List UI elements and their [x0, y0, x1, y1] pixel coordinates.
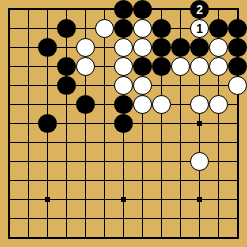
white-stone — [114, 38, 133, 57]
black-stone — [57, 57, 76, 76]
white-stone — [114, 76, 133, 95]
black-stone — [133, 0, 152, 19]
black-stone — [57, 76, 76, 95]
go-board[interactable]: 21 — [0, 0, 247, 247]
move-2-stone: 2 — [190, 0, 209, 19]
black-stone — [114, 114, 133, 133]
white-stone — [133, 19, 152, 38]
black-stone — [38, 114, 57, 133]
black-stone — [38, 38, 57, 57]
black-stone — [228, 19, 247, 38]
star-point — [121, 197, 126, 202]
move-1-stone: 1 — [190, 19, 209, 38]
white-stone — [190, 57, 209, 76]
black-stone — [114, 0, 133, 19]
black-stone — [152, 19, 171, 38]
white-stone — [76, 38, 95, 57]
white-stone — [76, 57, 95, 76]
white-stone — [190, 95, 209, 114]
black-stone — [228, 38, 247, 57]
black-stone — [114, 95, 133, 114]
grid-line-horizontal — [9, 218, 238, 219]
white-stone — [190, 152, 209, 171]
white-stone — [95, 19, 114, 38]
black-stone — [228, 57, 247, 76]
black-stone — [190, 38, 209, 57]
white-stone — [228, 76, 247, 95]
white-stone — [114, 57, 133, 76]
white-stone — [209, 95, 228, 114]
white-stone — [152, 95, 171, 114]
grid-line-horizontal — [9, 142, 238, 143]
black-stone — [152, 57, 171, 76]
black-stone — [57, 19, 76, 38]
black-stone — [209, 19, 228, 38]
star-point — [197, 197, 202, 202]
white-stone — [209, 38, 228, 57]
black-stone — [152, 38, 171, 57]
black-stone — [133, 57, 152, 76]
white-stone — [171, 57, 190, 76]
star-point — [45, 197, 50, 202]
white-stone — [133, 38, 152, 57]
grid-line-horizontal — [9, 180, 238, 181]
white-stone — [133, 76, 152, 95]
black-stone — [76, 95, 95, 114]
star-point — [197, 121, 202, 126]
black-stone — [171, 38, 190, 57]
white-stone — [209, 57, 228, 76]
white-stone — [133, 95, 152, 114]
black-stone — [114, 19, 133, 38]
